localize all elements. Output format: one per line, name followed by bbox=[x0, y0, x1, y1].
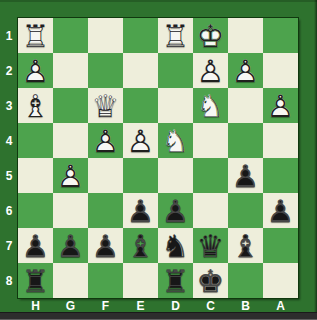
square-b6[interactable] bbox=[228, 193, 263, 228]
square-f5[interactable] bbox=[88, 158, 123, 193]
square-a5[interactable] bbox=[263, 158, 298, 193]
rank-label-8: 8 bbox=[0, 263, 18, 298]
square-d4[interactable]: ♞♘ bbox=[158, 123, 193, 158]
rank-label-3: 3 bbox=[0, 88, 18, 123]
square-a6[interactable]: ♟♙ bbox=[263, 193, 298, 228]
square-b4[interactable] bbox=[228, 123, 263, 158]
black-rook: ♜♖ bbox=[158, 263, 193, 298]
square-c4[interactable] bbox=[193, 123, 228, 158]
white-pawn: ♟♙ bbox=[53, 158, 88, 193]
frame-top-bevel bbox=[0, 0, 317, 2]
white-rook: ♜♖ bbox=[158, 18, 193, 53]
square-f2[interactable] bbox=[88, 53, 123, 88]
square-a4[interactable] bbox=[263, 123, 298, 158]
square-f1[interactable] bbox=[88, 18, 123, 53]
square-d8[interactable]: ♜♖ bbox=[158, 263, 193, 298]
square-f3[interactable]: ♛♕ bbox=[88, 88, 123, 123]
white-bishop: ♝♗ bbox=[18, 88, 53, 123]
rank-label-5: 5 bbox=[0, 158, 18, 193]
black-pawn: ♟♙ bbox=[53, 228, 88, 263]
square-f8[interactable] bbox=[88, 263, 123, 298]
square-c8[interactable]: ♚♔ bbox=[193, 263, 228, 298]
white-pawn: ♟♙ bbox=[193, 53, 228, 88]
black-king: ♚♔ bbox=[193, 263, 228, 298]
square-e1[interactable] bbox=[123, 18, 158, 53]
black-rook: ♜♖ bbox=[18, 263, 53, 298]
chess-diagram-window: 12345678 ♜♖♜♖♚♔♟♙♟♙♟♙♝♗♛♕♞♘♟♙♟♙♟♙♞♘♟♙♟♙♟… bbox=[0, 0, 317, 320]
white-rook: ♜♖ bbox=[18, 18, 53, 53]
square-h6[interactable] bbox=[18, 193, 53, 228]
square-a8[interactable] bbox=[263, 263, 298, 298]
square-e4[interactable]: ♟♙ bbox=[123, 123, 158, 158]
black-bishop: ♝♗ bbox=[228, 228, 263, 263]
square-g3[interactable] bbox=[53, 88, 88, 123]
rank-labels: 12345678 bbox=[0, 18, 18, 298]
square-c7[interactable]: ♛♕ bbox=[193, 228, 228, 263]
square-f4[interactable]: ♟♙ bbox=[88, 123, 123, 158]
white-pawn: ♟♙ bbox=[123, 123, 158, 158]
square-f7[interactable]: ♟♙ bbox=[88, 228, 123, 263]
square-g2[interactable] bbox=[53, 53, 88, 88]
square-h5[interactable] bbox=[18, 158, 53, 193]
square-e8[interactable] bbox=[123, 263, 158, 298]
square-c3[interactable]: ♞♘ bbox=[193, 88, 228, 123]
square-d3[interactable] bbox=[158, 88, 193, 123]
white-knight: ♞♘ bbox=[193, 88, 228, 123]
square-f6[interactable] bbox=[88, 193, 123, 228]
square-e7[interactable]: ♝♗ bbox=[123, 228, 158, 263]
white-pawn: ♟♙ bbox=[18, 53, 53, 88]
square-a2[interactable] bbox=[263, 53, 298, 88]
square-d5[interactable] bbox=[158, 158, 193, 193]
white-pawn: ♟♙ bbox=[88, 123, 123, 158]
rank-label-6: 6 bbox=[0, 193, 18, 228]
square-e6[interactable]: ♟♙ bbox=[123, 193, 158, 228]
square-b7[interactable]: ♝♗ bbox=[228, 228, 263, 263]
square-d2[interactable] bbox=[158, 53, 193, 88]
rank-label-1: 1 bbox=[0, 18, 18, 53]
white-king: ♚♔ bbox=[193, 18, 228, 53]
frame-right-shade bbox=[314, 0, 317, 313]
black-pawn: ♟♙ bbox=[158, 193, 193, 228]
chess-board[interactable]: ♜♖♜♖♚♔♟♙♟♙♟♙♝♗♛♕♞♘♟♙♟♙♟♙♞♘♟♙♟♙♟♙♟♙♟♙♟♙♟♙… bbox=[18, 18, 298, 298]
square-c5[interactable] bbox=[193, 158, 228, 193]
black-queen: ♛♕ bbox=[193, 228, 228, 263]
square-a7[interactable] bbox=[263, 228, 298, 263]
square-d7[interactable]: ♞♘ bbox=[158, 228, 193, 263]
black-bishop: ♝♗ bbox=[123, 228, 158, 263]
square-b5[interactable]: ♟♙ bbox=[228, 158, 263, 193]
square-b1[interactable] bbox=[228, 18, 263, 53]
black-pawn: ♟♙ bbox=[123, 193, 158, 228]
square-h4[interactable] bbox=[18, 123, 53, 158]
square-c1[interactable]: ♚♔ bbox=[193, 18, 228, 53]
square-a1[interactable] bbox=[263, 18, 298, 53]
rank-label-2: 2 bbox=[0, 53, 18, 88]
black-pawn: ♟♙ bbox=[88, 228, 123, 263]
square-g6[interactable] bbox=[53, 193, 88, 228]
rank-label-4: 4 bbox=[0, 123, 18, 158]
square-g7[interactable]: ♟♙ bbox=[53, 228, 88, 263]
square-h3[interactable]: ♝♗ bbox=[18, 88, 53, 123]
square-a3[interactable]: ♟♙ bbox=[263, 88, 298, 123]
square-g5[interactable]: ♟♙ bbox=[53, 158, 88, 193]
black-pawn: ♟♙ bbox=[228, 158, 263, 193]
square-e5[interactable] bbox=[123, 158, 158, 193]
square-e3[interactable] bbox=[123, 88, 158, 123]
square-g8[interactable] bbox=[53, 263, 88, 298]
square-b3[interactable] bbox=[228, 88, 263, 123]
square-c2[interactable]: ♟♙ bbox=[193, 53, 228, 88]
black-knight: ♞♘ bbox=[158, 228, 193, 263]
square-c6[interactable] bbox=[193, 193, 228, 228]
white-pawn: ♟♙ bbox=[263, 88, 298, 123]
square-h7[interactable]: ♟♙ bbox=[18, 228, 53, 263]
square-d1[interactable]: ♜♖ bbox=[158, 18, 193, 53]
square-d6[interactable]: ♟♙ bbox=[158, 193, 193, 228]
square-h8[interactable]: ♜♖ bbox=[18, 263, 53, 298]
white-knight: ♞♘ bbox=[158, 123, 193, 158]
square-e2[interactable] bbox=[123, 53, 158, 88]
square-b8[interactable] bbox=[228, 263, 263, 298]
square-h2[interactable]: ♟♙ bbox=[18, 53, 53, 88]
rank-label-7: 7 bbox=[0, 228, 18, 263]
square-g4[interactable] bbox=[53, 123, 88, 158]
white-queen: ♛♕ bbox=[88, 88, 123, 123]
square-g1[interactable] bbox=[53, 18, 88, 53]
window-drop-shadow bbox=[0, 312, 317, 320]
black-pawn: ♟♙ bbox=[18, 228, 53, 263]
square-b2[interactable]: ♟♙ bbox=[228, 53, 263, 88]
black-pawn: ♟♙ bbox=[263, 193, 298, 228]
square-h1[interactable]: ♜♖ bbox=[18, 18, 53, 53]
white-pawn: ♟♙ bbox=[228, 53, 263, 88]
